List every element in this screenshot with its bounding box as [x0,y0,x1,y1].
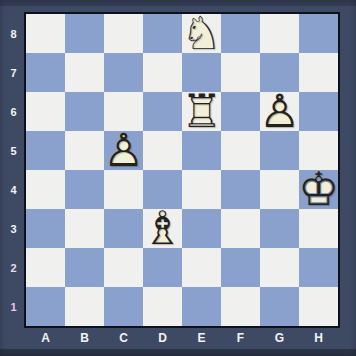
square-c7[interactable] [104,53,143,92]
square-h5[interactable] [299,131,338,170]
square-h4[interactable]: ♚♔ [299,170,338,209]
square-f1[interactable] [221,287,260,326]
square-a1[interactable] [26,287,65,326]
square-f5[interactable] [221,131,260,170]
rank-label-5: 5 [0,131,24,170]
square-b8[interactable] [65,14,104,53]
square-e8[interactable]: ♞♘ [182,14,221,53]
square-c8[interactable] [104,14,143,53]
white-piece-fill: ♟ [104,130,143,169]
black-piece-detail [182,52,221,91]
file-labels: ABCDEFGH [26,328,338,349]
file-label-g: G [260,328,299,349]
chess-board: ♞♘♜♖♟♙♟♙♚♔♝♗ [24,12,340,328]
white-piece-fill: ♟ [260,91,299,130]
black-undefined[interactable] [299,14,338,53]
black-piece-detail [299,13,338,52]
square-f3[interactable] [221,209,260,248]
square-b6[interactable] [65,92,104,131]
square-d3[interactable]: ♝♗ [143,209,182,248]
square-h2[interactable] [299,248,338,287]
square-h8[interactable] [299,14,338,53]
black-piece-fill [260,13,299,52]
white-piece-outline: ♘ [182,13,221,52]
square-b1[interactable] [65,287,104,326]
black-piece-detail [104,91,143,130]
black-piece-fill [65,52,104,91]
white-king[interactable]: ♚♔ [299,170,338,209]
chess-diagram: 87654321 ♞♘♜♖♟♙♟♙♚♔♝♗ ABCDEFGH [0,0,356,356]
square-a6[interactable] [26,92,65,131]
square-g6[interactable]: ♟♙ [260,92,299,131]
square-f8[interactable] [221,14,260,53]
white-piece-outline: ♔ [299,169,338,208]
square-g3[interactable] [260,209,299,248]
square-h7[interactable] [299,53,338,92]
square-e2[interactable] [182,248,221,287]
black-piece-fill [299,13,338,52]
square-b7[interactable] [65,53,104,92]
file-label-c: C [104,328,143,349]
black-undefined[interactable] [182,53,221,92]
black-undefined[interactable] [260,14,299,53]
black-piece-fill [299,91,338,130]
black-piece-detail [65,52,104,91]
white-piece-fill: ♞ [182,13,221,52]
white-piece-outline: ♖ [182,91,221,130]
white-knight[interactable]: ♞♘ [182,14,221,53]
white-piece-outline: ♗ [143,208,182,247]
file-label-b: B [65,328,104,349]
square-d1[interactable] [143,287,182,326]
rank-label-7: 7 [0,53,24,92]
square-f7[interactable] [221,53,260,92]
rank-label-2: 2 [0,248,24,287]
black-piece-detail [299,91,338,130]
square-h6[interactable] [299,92,338,131]
square-f2[interactable] [221,248,260,287]
square-e5[interactable] [182,131,221,170]
file-label-h: H [299,328,338,349]
file-label-a: A [26,328,65,349]
square-c6[interactable] [104,92,143,131]
square-a7[interactable] [26,53,65,92]
frame-top-bevel [0,0,356,6]
square-a5[interactable] [26,131,65,170]
square-g4[interactable] [260,170,299,209]
square-c3[interactable] [104,209,143,248]
frame-bottom-bevel [0,349,356,356]
black-undefined[interactable] [65,53,104,92]
file-label-e: E [182,328,221,349]
square-d4[interactable] [143,170,182,209]
file-label-f: F [221,328,260,349]
square-f6[interactable] [221,92,260,131]
square-g8[interactable] [260,14,299,53]
square-g5[interactable] [260,131,299,170]
square-f4[interactable] [221,170,260,209]
white-piece-outline: ♙ [260,91,299,130]
square-h1[interactable] [299,287,338,326]
black-piece-fill [182,52,221,91]
square-b3[interactable] [65,209,104,248]
white-bishop[interactable]: ♝♗ [143,209,182,248]
square-e1[interactable] [182,287,221,326]
square-c1[interactable] [104,287,143,326]
square-c4[interactable] [104,170,143,209]
square-b2[interactable] [65,248,104,287]
black-piece-detail [260,13,299,52]
square-d6[interactable] [143,92,182,131]
square-a3[interactable] [26,209,65,248]
square-d8[interactable] [143,14,182,53]
square-e3[interactable] [182,209,221,248]
square-g2[interactable] [260,248,299,287]
square-c2[interactable] [104,248,143,287]
square-e4[interactable] [182,170,221,209]
square-e6[interactable]: ♜♖ [182,92,221,131]
square-a4[interactable] [26,170,65,209]
rank-label-1: 1 [0,287,24,326]
square-b5[interactable] [65,131,104,170]
square-g1[interactable] [260,287,299,326]
square-a8[interactable] [26,14,65,53]
white-piece-fill: ♚ [299,169,338,208]
square-e7[interactable] [182,53,221,92]
white-piece-fill: ♝ [143,208,182,247]
white-piece-fill: ♜ [182,91,221,130]
square-d2[interactable] [143,248,182,287]
square-a2[interactable] [26,248,65,287]
file-label-d: D [143,328,182,349]
white-pawn[interactable]: ♟♙ [104,131,143,170]
black-piece-fill [104,91,143,130]
square-b4[interactable] [65,170,104,209]
rank-label-4: 4 [0,170,24,209]
rank-label-8: 8 [0,14,24,53]
black-undefined[interactable] [104,92,143,131]
rank-labels: 87654321 [0,14,24,326]
square-h3[interactable] [299,209,338,248]
black-undefined[interactable] [299,92,338,131]
white-rook[interactable]: ♜♖ [182,92,221,131]
square-c5[interactable]: ♟♙ [104,131,143,170]
square-g7[interactable] [260,53,299,92]
square-d7[interactable] [143,53,182,92]
rank-label-6: 6 [0,92,24,131]
rank-label-3: 3 [0,209,24,248]
square-d5[interactable] [143,131,182,170]
white-pawn[interactable]: ♟♙ [260,92,299,131]
white-piece-outline: ♙ [104,130,143,169]
